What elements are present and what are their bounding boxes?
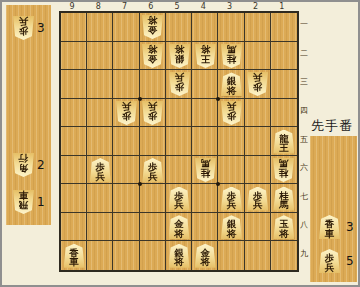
piece-4-6[interactable]: 桂馬 [195,158,216,182]
gote-hand-count-0: 3 [37,21,45,35]
board-cell-7-7[interactable] [113,184,139,213]
piece-kanji: 歩 [19,27,29,37]
piece-kanji: 将 [279,229,289,239]
rank-label-5: 五 [298,136,310,144]
file-label-6: 6 [144,2,158,12]
piece-8-6[interactable]: 歩兵 [90,158,111,182]
board-cell-2-6[interactable] [245,156,271,185]
gote-hand-count-1: 2 [37,158,45,172]
piece-1-8[interactable]: 玉将 [273,215,294,239]
piece-6-4[interactable]: 歩兵 [142,101,163,125]
piece-3-7[interactable]: 歩兵 [221,187,242,211]
piece-kanji: 桂 [279,169,289,179]
piece-kanji: 銀 [174,54,184,64]
piece-7-4[interactable]: 歩兵 [116,101,137,125]
board-cell-9-8[interactable] [61,213,87,242]
piece-kanji: 桂 [227,54,237,64]
piece-1-7[interactable]: 桂馬 [273,187,294,211]
piece-kanji: 兵 [325,263,335,273]
board-cell-3-1[interactable] [218,13,244,42]
rank-label-6: 六 [298,164,310,172]
board-cell-2-2[interactable] [245,42,271,71]
piece-kanji: 行 [19,154,29,164]
turn-indicator: 先手番 [311,117,359,135]
piece-kanji: 兵 [96,172,106,182]
piece-kanji: 角 [19,164,29,174]
rank-label-9: 九 [298,250,310,258]
gote-hand-piece-2[interactable]: 飛車 [13,190,34,214]
rank-label-4: 四 [298,107,310,115]
piece-kanji: 歩 [174,83,184,93]
board-cell-2-8[interactable] [245,213,271,242]
board-cell-8-7[interactable] [87,184,113,213]
board-cell-9-6[interactable] [61,156,87,185]
piece-kanji: 兵 [148,172,158,182]
piece-1-5[interactable]: 龍王 [273,130,294,154]
rank-label-7: 七 [298,193,310,201]
file-label-2: 2 [249,2,263,12]
rank-label-1: 一 [298,21,310,29]
piece-kanji: 歩 [227,111,237,121]
piece-kanji: 兵 [227,102,237,112]
board-cell-1-9[interactable] [271,241,297,270]
file-label-5: 5 [170,2,184,12]
piece-5-7[interactable]: 歩兵 [169,187,190,211]
board-cell-7-9[interactable] [113,241,139,270]
board-cell-7-8[interactable] [113,213,139,242]
board-cell-9-7[interactable] [61,184,87,213]
board-cell-6-8[interactable] [140,213,166,242]
rank-label-3: 三 [298,78,310,86]
piece-2-7[interactable]: 歩兵 [247,187,268,211]
board-cell-7-1[interactable] [113,13,139,42]
board-cell-8-2[interactable] [87,42,113,71]
piece-3-2[interactable]: 桂馬 [221,44,242,68]
board: 金将金将銀将王将桂馬歩兵歩兵歩兵歩兵歩兵桂馬桂馬銀将龍王歩兵歩兵歩兵歩兵歩兵桂馬… [59,11,299,272]
gote-hand-piece-0[interactable]: 歩兵 [13,16,34,40]
board-cell-4-1[interactable] [192,13,218,42]
piece-kanji: 馬 [279,159,289,169]
board-cell-9-2[interactable] [61,42,87,71]
piece-kanji: 兵 [174,200,184,210]
board-cell-8-8[interactable] [87,213,113,242]
board-cell-9-1[interactable] [61,13,87,42]
board-cell-3-6[interactable] [218,156,244,185]
board-cell-5-6[interactable] [166,156,192,185]
piece-4-9[interactable]: 金将 [195,244,216,268]
board-cell-5-5[interactable] [166,127,192,156]
piece-6-2[interactable]: 金将 [142,44,163,68]
piece-kanji: 王 [200,54,210,64]
board-cell-7-6[interactable] [113,156,139,185]
piece-kanji: 兵 [19,17,29,27]
piece-kanji: 兵 [148,102,158,112]
board-cell-7-5[interactable] [113,127,139,156]
piece-kanji: 将 [174,229,184,239]
piece-kanji: 将 [200,257,210,267]
piece-kanji: 桂 [200,169,210,179]
piece-kanji: 金 [148,26,158,36]
board-cell-4-7[interactable] [192,184,218,213]
star-point-icon [216,182,220,186]
piece-1-6[interactable]: 桂馬 [273,158,294,182]
piece-5-8[interactable]: 金将 [169,215,190,239]
gote-hand-count-2: 1 [37,195,45,209]
sente-hand-piece-0[interactable]: 香車 [319,215,340,239]
board-cell-2-9[interactable] [245,241,271,270]
piece-kanji: 馬 [200,159,210,169]
board-cell-8-5[interactable] [87,127,113,156]
piece-9-9[interactable]: 香車 [64,244,85,268]
file-label-8: 8 [91,2,105,12]
sente-hand-piece-1[interactable]: 歩兵 [319,249,340,273]
board-cell-8-1[interactable] [87,13,113,42]
piece-3-8[interactable]: 銀将 [221,215,242,239]
board-cell-2-4[interactable] [245,99,271,128]
board-cell-7-3[interactable] [113,70,139,99]
piece-kanji: 馬 [227,45,237,55]
piece-kanji: 兵 [253,73,263,83]
board-cell-4-4[interactable] [192,99,218,128]
piece-3-3[interactable]: 銀将 [221,72,242,96]
board-cell-2-5[interactable] [245,127,271,156]
board-cell-5-4[interactable] [166,99,192,128]
board-cell-6-3[interactable] [140,70,166,99]
board-cell-9-4[interactable] [61,99,87,128]
board-cell-1-3[interactable] [271,70,297,99]
board-cell-4-8[interactable] [192,213,218,242]
shogi-app: 先手番 金将金将銀将王将桂馬歩兵歩兵歩兵歩兵歩兵桂馬桂馬銀将龍王歩兵歩兵歩兵歩兵… [0,0,360,287]
board-cell-1-2[interactable] [271,42,297,71]
piece-kanji: 車 [69,257,79,267]
sente-hand-count-1: 5 [346,254,354,268]
piece-kanji: 将 [174,45,184,55]
piece-kanji: 兵 [227,200,237,210]
board-cell-6-7[interactable] [140,184,166,213]
rank-label-8: 八 [298,221,310,229]
file-label-9: 9 [65,2,79,12]
board-cell-1-4[interactable] [271,99,297,128]
file-label-3: 3 [222,2,236,12]
board-cell-5-1[interactable] [166,13,192,42]
piece-kanji: 兵 [253,200,263,210]
sente-hand-count-0: 3 [346,220,354,234]
board-cell-2-1[interactable] [245,13,271,42]
piece-6-6[interactable]: 歩兵 [142,158,163,182]
piece-kanji: 将 [200,45,210,55]
board-cell-8-4[interactable] [87,99,113,128]
piece-kanji: 兵 [122,102,132,112]
piece-kanji: 車 [19,191,29,201]
piece-kanji: 王 [279,143,289,153]
board-cell-6-5[interactable] [140,127,166,156]
piece-kanji: 金 [148,54,158,64]
star-point-icon [138,182,142,186]
board-cell-4-5[interactable] [192,127,218,156]
piece-kanji: 将 [174,257,184,267]
file-label-7: 7 [118,2,132,12]
piece-3-4[interactable]: 歩兵 [221,101,242,125]
piece-kanji: 車 [325,229,335,239]
board-cell-9-5[interactable] [61,127,87,156]
piece-kanji: 歩 [148,111,158,121]
board-cell-8-9[interactable] [87,241,113,270]
board-cell-9-3[interactable] [61,70,87,99]
piece-kanji: 将 [227,229,237,239]
file-label-4: 4 [196,2,210,12]
piece-5-2[interactable]: 銀将 [169,44,190,68]
piece-kanji: 飛 [19,201,29,211]
board-cell-7-2[interactable] [113,42,139,71]
piece-kanji: 歩 [122,111,132,121]
file-label-1: 1 [275,2,289,12]
board-cell-1-1[interactable] [271,13,297,42]
piece-kanji: 歩 [253,83,263,93]
piece-kanji: 兵 [174,73,184,83]
board-cell-4-3[interactable] [192,70,218,99]
star-point-icon [138,97,142,101]
board-cell-8-3[interactable] [87,70,113,99]
piece-4-2[interactable]: 王将 [195,44,216,68]
piece-kanji: 将 [148,45,158,55]
board-cell-3-5[interactable] [218,127,244,156]
piece-kanji: 馬 [279,200,289,210]
rank-label-2: 二 [298,50,310,58]
gote-hand-piece-1[interactable]: 角行 [13,153,34,177]
piece-kanji: 将 [148,16,158,26]
star-point-icon [216,97,220,101]
board-cell-6-9[interactable] [140,241,166,270]
piece-kanji: 将 [227,86,237,96]
board-cell-3-9[interactable] [218,241,244,270]
piece-5-9[interactable]: 銀将 [169,244,190,268]
